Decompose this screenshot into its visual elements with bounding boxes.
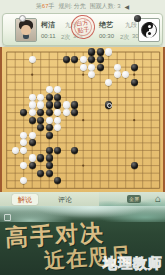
right-player-time: 00:30 [99, 33, 114, 39]
tab-comments[interactable]: 评论 [52, 194, 78, 205]
white-stone [80, 64, 87, 71]
go-board[interactable] [0, 47, 165, 192]
black-stone [105, 101, 112, 108]
white-stone [114, 64, 121, 71]
players-panel: 柯洁 九段 00:11 2次 30s 白方 贴子 绝艺 九段 00:30 2次 … [2, 13, 163, 46]
white-stone [54, 109, 61, 116]
white-stone [63, 109, 70, 116]
player-photo [16, 19, 36, 41]
right-player-name: 绝艺 [99, 20, 113, 30]
left-player-time: 00:11 [41, 33, 56, 39]
left-player-periods: 2次 [61, 33, 70, 42]
black-stone [46, 170, 53, 177]
black-stone [20, 109, 27, 116]
black-stone [46, 162, 53, 169]
black-stone [37, 154, 44, 161]
avatar-left-player[interactable] [15, 18, 37, 42]
black-stone [63, 56, 70, 63]
white-stone [29, 101, 36, 108]
white-stone [20, 162, 27, 169]
board-edge-right [163, 47, 165, 192]
black-stone [131, 64, 138, 71]
black-stone [37, 124, 44, 131]
rule-label: 规则: 分先 [59, 2, 86, 11]
white-stone [20, 177, 27, 184]
tab-bar: 解说 评论 全屏 ⌂ [0, 192, 165, 206]
landscape-painting: 全屏 ⌂ [99, 192, 165, 206]
white-stone [46, 117, 53, 124]
black-stone [46, 154, 53, 161]
white-stone [105, 79, 112, 86]
speaker-icon[interactable]: ◀ [125, 4, 130, 10]
avatar-right-player[interactable] [138, 18, 160, 42]
black-stone [71, 147, 78, 154]
white-stone [122, 71, 129, 78]
black-stone [46, 132, 53, 139]
black-stone [71, 56, 78, 63]
black-stone [97, 64, 104, 71]
white-stone [37, 94, 44, 101]
black-stone [131, 162, 138, 169]
site-watermark: 地理教师 [103, 255, 163, 273]
move-counter: 第67手 [36, 2, 55, 11]
yin-yang-icon [141, 22, 157, 38]
white-stone [20, 132, 27, 139]
white-stone [29, 132, 36, 139]
white-stone-badge [19, 15, 26, 22]
black-stone [54, 101, 61, 108]
black-stone [37, 117, 44, 124]
black-stone [131, 79, 138, 86]
black-stone [46, 101, 53, 108]
black-stone [54, 94, 61, 101]
tab-commentary[interactable]: 解说 [12, 194, 38, 205]
black-stone [88, 48, 95, 55]
black-stone [54, 177, 61, 184]
promo-banner: 高手对决 近在咫尺 地理教师 [0, 206, 165, 275]
spectators-label: 围观人数: 3 [90, 2, 121, 11]
watermark-box-icon [4, 214, 11, 221]
black-stone [54, 147, 61, 154]
board-edge-left [0, 47, 2, 192]
black-stone [46, 147, 53, 154]
white-stone [29, 56, 36, 63]
black-stone [71, 109, 78, 116]
black-stone [97, 48, 104, 55]
black-stone [46, 94, 53, 101]
black-stone [71, 101, 78, 108]
move-number: 67 [42, 3, 49, 9]
white-stone [20, 147, 27, 154]
black-stone [37, 109, 44, 116]
white-stone [37, 101, 44, 108]
black-stone [46, 109, 53, 116]
white-stone [54, 86, 61, 93]
white-stone [29, 109, 36, 116]
white-stone [12, 147, 19, 154]
black-stone [29, 139, 36, 146]
white-stone [29, 154, 36, 161]
white-stone [63, 101, 70, 108]
white-stone [54, 117, 61, 124]
app-screen: 第67手 规则: 分先 围观人数: 3 ◀ 柯洁 九段 00:11 2次 30s… [0, 0, 165, 275]
white-stone [114, 71, 121, 78]
white-stone [88, 64, 95, 71]
black-stone [97, 56, 104, 63]
home-icon[interactable]: ⌂ [155, 192, 161, 206]
white-stone [29, 94, 36, 101]
black-stone [29, 162, 36, 169]
black-stone [29, 117, 36, 124]
white-stone [54, 124, 61, 131]
white-stone [46, 86, 53, 93]
white-stone [80, 56, 87, 63]
white-stone [88, 71, 95, 78]
black-stone-badge [134, 15, 141, 22]
stones-layer [0, 47, 165, 192]
black-stone [88, 56, 95, 63]
black-stone [37, 170, 44, 177]
right-player-periods: 2次 [120, 33, 129, 42]
right-player-rank: 九段 [125, 21, 137, 30]
left-player-name: 柯洁 [41, 20, 55, 30]
black-stone [46, 124, 53, 131]
white-stone [105, 48, 112, 55]
status-bar: 第67手 规则: 分先 围观人数: 3 ◀ [0, 0, 165, 13]
white-stone [20, 139, 27, 146]
fullscreen-button[interactable]: 全屏 [127, 195, 141, 203]
